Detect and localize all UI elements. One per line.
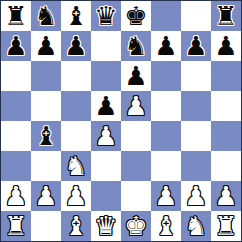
- square-b7[interactable]: ♟: [31, 31, 61, 61]
- piece-black-king[interactable]: ♚: [124, 3, 147, 29]
- square-b5[interactable]: [31, 91, 61, 121]
- square-e8[interactable]: ♚: [121, 1, 151, 31]
- square-d3[interactable]: [91, 151, 121, 181]
- square-d6[interactable]: [91, 61, 121, 91]
- piece-black-bishop[interactable]: ♝: [34, 123, 57, 149]
- square-d5[interactable]: ♟: [91, 91, 121, 121]
- piece-white-pawn[interactable]: ♟: [184, 183, 207, 209]
- square-g4[interactable]: [181, 121, 211, 151]
- chess-board: ♜♞♝♛♚♜♟♟♟♞♟♟♟♟♟♟♝♟♞♟♟♟♟♟♟♜♝♛♚♝♞♜: [0, 0, 242, 242]
- square-c3[interactable]: ♞: [61, 151, 91, 181]
- square-d2[interactable]: [91, 181, 121, 211]
- square-e5[interactable]: ♟: [121, 91, 151, 121]
- piece-black-pawn[interactable]: ♟: [34, 33, 57, 59]
- square-c4[interactable]: [61, 121, 91, 151]
- square-b6[interactable]: [31, 61, 61, 91]
- square-b1[interactable]: [31, 211, 61, 241]
- square-a6[interactable]: [1, 61, 31, 91]
- square-g6[interactable]: [181, 61, 211, 91]
- square-h4[interactable]: [211, 121, 241, 151]
- square-f6[interactable]: [151, 61, 181, 91]
- piece-white-bishop[interactable]: ♝: [64, 213, 87, 239]
- piece-white-pawn[interactable]: ♟: [214, 183, 237, 209]
- square-c7[interactable]: ♟: [61, 31, 91, 61]
- square-d7[interactable]: [91, 31, 121, 61]
- square-d1[interactable]: ♛: [91, 211, 121, 241]
- piece-white-knight[interactable]: ♞: [64, 153, 87, 179]
- square-g1[interactable]: ♞: [181, 211, 211, 241]
- square-a2[interactable]: ♟: [1, 181, 31, 211]
- square-f3[interactable]: [151, 151, 181, 181]
- square-a5[interactable]: [1, 91, 31, 121]
- piece-black-knight[interactable]: ♞: [34, 3, 57, 29]
- square-e3[interactable]: [121, 151, 151, 181]
- square-h8[interactable]: ♜: [211, 1, 241, 31]
- piece-white-bishop[interactable]: ♝: [154, 213, 177, 239]
- piece-black-pawn[interactable]: ♟: [4, 33, 27, 59]
- square-b8[interactable]: ♞: [31, 1, 61, 31]
- piece-white-pawn[interactable]: ♟: [94, 123, 117, 149]
- piece-white-queen[interactable]: ♛: [94, 213, 117, 239]
- square-c5[interactable]: [61, 91, 91, 121]
- square-f7[interactable]: ♟: [151, 31, 181, 61]
- piece-white-pawn[interactable]: ♟: [4, 183, 27, 209]
- piece-black-bishop[interactable]: ♝: [64, 3, 87, 29]
- square-d4[interactable]: ♟: [91, 121, 121, 151]
- square-e4[interactable]: [121, 121, 151, 151]
- square-a7[interactable]: ♟: [1, 31, 31, 61]
- square-e6[interactable]: ♟: [121, 61, 151, 91]
- square-h7[interactable]: ♟: [211, 31, 241, 61]
- square-a1[interactable]: ♜: [1, 211, 31, 241]
- piece-white-pawn[interactable]: ♟: [154, 183, 177, 209]
- square-g3[interactable]: [181, 151, 211, 181]
- piece-black-pawn[interactable]: ♟: [214, 33, 237, 59]
- square-e7[interactable]: ♞: [121, 31, 151, 61]
- piece-white-king[interactable]: ♚: [124, 213, 147, 239]
- square-c8[interactable]: ♝: [61, 1, 91, 31]
- square-f5[interactable]: [151, 91, 181, 121]
- square-h3[interactable]: [211, 151, 241, 181]
- piece-black-rook[interactable]: ♜: [214, 3, 237, 29]
- square-a4[interactable]: [1, 121, 31, 151]
- piece-white-rook[interactable]: ♜: [214, 213, 237, 239]
- square-c2[interactable]: ♟: [61, 181, 91, 211]
- piece-white-pawn[interactable]: ♟: [34, 183, 57, 209]
- square-d8[interactable]: ♛: [91, 1, 121, 31]
- square-e1[interactable]: ♚: [121, 211, 151, 241]
- square-c1[interactable]: ♝: [61, 211, 91, 241]
- square-b4[interactable]: ♝: [31, 121, 61, 151]
- square-f2[interactable]: ♟: [151, 181, 181, 211]
- piece-black-pawn[interactable]: ♟: [184, 33, 207, 59]
- square-g8[interactable]: [181, 1, 211, 31]
- square-f8[interactable]: [151, 1, 181, 31]
- square-c6[interactable]: [61, 61, 91, 91]
- square-a3[interactable]: [1, 151, 31, 181]
- square-f4[interactable]: [151, 121, 181, 151]
- square-g7[interactable]: ♟: [181, 31, 211, 61]
- piece-black-pawn[interactable]: ♟: [124, 63, 147, 89]
- square-h2[interactable]: ♟: [211, 181, 241, 211]
- piece-white-pawn[interactable]: ♟: [64, 183, 87, 209]
- square-h1[interactable]: ♜: [211, 211, 241, 241]
- piece-black-pawn[interactable]: ♟: [64, 33, 87, 59]
- piece-white-knight[interactable]: ♞: [184, 213, 207, 239]
- piece-white-pawn[interactable]: ♟: [124, 93, 147, 119]
- square-e2[interactable]: [121, 181, 151, 211]
- piece-black-knight[interactable]: ♞: [124, 33, 147, 59]
- piece-black-pawn[interactable]: ♟: [154, 33, 177, 59]
- square-g5[interactable]: [181, 91, 211, 121]
- piece-black-queen[interactable]: ♛: [94, 3, 117, 29]
- square-b2[interactable]: ♟: [31, 181, 61, 211]
- piece-black-rook[interactable]: ♜: [4, 3, 27, 29]
- piece-black-pawn[interactable]: ♟: [94, 93, 117, 119]
- piece-white-rook[interactable]: ♜: [4, 213, 27, 239]
- square-h6[interactable]: [211, 61, 241, 91]
- square-h5[interactable]: [211, 91, 241, 121]
- square-b3[interactable]: [31, 151, 61, 181]
- square-a8[interactable]: ♜: [1, 1, 31, 31]
- square-f1[interactable]: ♝: [151, 211, 181, 241]
- square-g2[interactable]: ♟: [181, 181, 211, 211]
